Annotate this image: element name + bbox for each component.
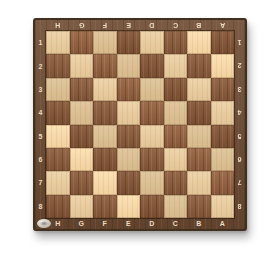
square-g1[interactable] <box>70 31 94 54</box>
maker-medallion-icon <box>37 219 51 228</box>
rank-left-label-7: 7 <box>35 171 46 194</box>
square-h8[interactable] <box>46 195 70 218</box>
square-b7[interactable] <box>187 171 211 194</box>
square-a5[interactable] <box>211 125 235 148</box>
file-bottom-label-b: B <box>187 218 211 229</box>
square-h7[interactable] <box>46 171 70 194</box>
square-a1[interactable] <box>211 31 235 54</box>
square-e4[interactable] <box>117 101 141 124</box>
rank-right-label-6: 6 <box>234 148 245 171</box>
square-h1[interactable] <box>46 31 70 54</box>
square-f7[interactable] <box>93 171 117 194</box>
square-d6[interactable] <box>140 148 164 171</box>
file-top-label-a: A <box>211 20 235 31</box>
square-d3[interactable] <box>140 78 164 101</box>
playing-field <box>46 31 234 218</box>
square-f6[interactable] <box>93 148 117 171</box>
file-top-label-f: F <box>93 20 117 31</box>
square-e5[interactable] <box>117 125 141 148</box>
square-f3[interactable] <box>93 78 117 101</box>
square-c3[interactable] <box>164 78 188 101</box>
square-g6[interactable] <box>70 148 94 171</box>
file-top-label-h: H <box>46 20 70 31</box>
square-b8[interactable] <box>187 195 211 218</box>
square-e3[interactable] <box>117 78 141 101</box>
rank-right-label-5: 5 <box>234 125 245 148</box>
file-top-label-e: E <box>117 20 141 31</box>
square-d1[interactable] <box>140 31 164 54</box>
square-c1[interactable] <box>164 31 188 54</box>
rank-left-label-1: 1 <box>35 31 46 54</box>
square-d5[interactable] <box>140 125 164 148</box>
file-top-label-c: C <box>164 20 188 31</box>
rank-left-label-4: 4 <box>35 101 46 124</box>
square-d7[interactable] <box>140 171 164 194</box>
square-a4[interactable] <box>211 101 235 124</box>
square-a8[interactable] <box>211 195 235 218</box>
square-a7[interactable] <box>211 171 235 194</box>
square-b4[interactable] <box>187 101 211 124</box>
square-e6[interactable] <box>117 148 141 171</box>
square-f4[interactable] <box>93 101 117 124</box>
file-top-label-g: G <box>70 20 94 31</box>
square-b6[interactable] <box>187 148 211 171</box>
square-b3[interactable] <box>187 78 211 101</box>
file-labels-bottom: HGFEDCBA <box>46 218 234 229</box>
square-b1[interactable] <box>187 31 211 54</box>
file-labels-top: HGFEDCBA <box>46 20 234 31</box>
file-bottom-label-g: G <box>70 218 94 229</box>
file-bottom-label-a: A <box>211 218 235 229</box>
square-e8[interactable] <box>117 195 141 218</box>
rank-labels-left: 12345678 <box>35 31 46 218</box>
square-f8[interactable] <box>93 195 117 218</box>
rank-right-label-1: 1 <box>234 31 245 54</box>
square-g4[interactable] <box>70 101 94 124</box>
rank-right-label-4: 4 <box>234 101 245 124</box>
rank-right-label-3: 3 <box>234 78 245 101</box>
square-g2[interactable] <box>70 54 94 77</box>
chessboard: HGFEDCBA HGFEDCBA 12345678 12345678 <box>33 18 247 231</box>
square-h3[interactable] <box>46 78 70 101</box>
square-b5[interactable] <box>187 125 211 148</box>
square-d8[interactable] <box>140 195 164 218</box>
square-e1[interactable] <box>117 31 141 54</box>
rank-left-label-3: 3 <box>35 78 46 101</box>
square-c2[interactable] <box>164 54 188 77</box>
square-h4[interactable] <box>46 101 70 124</box>
file-bottom-label-d: D <box>140 218 164 229</box>
square-e2[interactable] <box>117 54 141 77</box>
square-a6[interactable] <box>211 148 235 171</box>
square-c4[interactable] <box>164 101 188 124</box>
square-h6[interactable] <box>46 148 70 171</box>
square-f1[interactable] <box>93 31 117 54</box>
file-bottom-label-c: C <box>164 218 188 229</box>
square-b2[interactable] <box>187 54 211 77</box>
square-a2[interactable] <box>211 54 235 77</box>
rank-right-label-7: 7 <box>234 171 245 194</box>
square-e7[interactable] <box>117 171 141 194</box>
square-c8[interactable] <box>164 195 188 218</box>
square-g5[interactable] <box>70 125 94 148</box>
file-top-label-b: B <box>187 20 211 31</box>
rank-left-label-5: 5 <box>35 125 46 148</box>
rank-left-label-2: 2 <box>35 54 46 77</box>
square-h2[interactable] <box>46 54 70 77</box>
square-f5[interactable] <box>93 125 117 148</box>
square-g8[interactable] <box>70 195 94 218</box>
square-h5[interactable] <box>46 125 70 148</box>
square-g7[interactable] <box>70 171 94 194</box>
square-a3[interactable] <box>211 78 235 101</box>
square-d2[interactable] <box>140 54 164 77</box>
square-g3[interactable] <box>70 78 94 101</box>
rank-left-label-8: 8 <box>35 195 46 218</box>
rank-labels-right: 12345678 <box>234 31 245 218</box>
square-c6[interactable] <box>164 148 188 171</box>
square-d4[interactable] <box>140 101 164 124</box>
square-f2[interactable] <box>93 54 117 77</box>
rank-left-label-6: 6 <box>35 148 46 171</box>
file-top-label-d: D <box>140 20 164 31</box>
square-c7[interactable] <box>164 171 188 194</box>
rank-right-label-2: 2 <box>234 54 245 77</box>
file-bottom-label-f: F <box>93 218 117 229</box>
board-photo: HGFEDCBA HGFEDCBA 12345678 12345678 <box>0 0 280 256</box>
square-c5[interactable] <box>164 125 188 148</box>
rank-right-label-8: 8 <box>234 195 245 218</box>
file-bottom-label-e: E <box>117 218 141 229</box>
